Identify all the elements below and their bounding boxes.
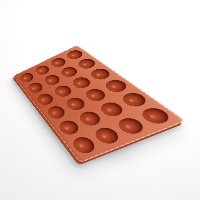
image-caption: Overhead-angle product photo of a terrac… <box>0 0 1 1</box>
photo-background: Overhead-angle product photo of a terrac… <box>0 0 200 200</box>
